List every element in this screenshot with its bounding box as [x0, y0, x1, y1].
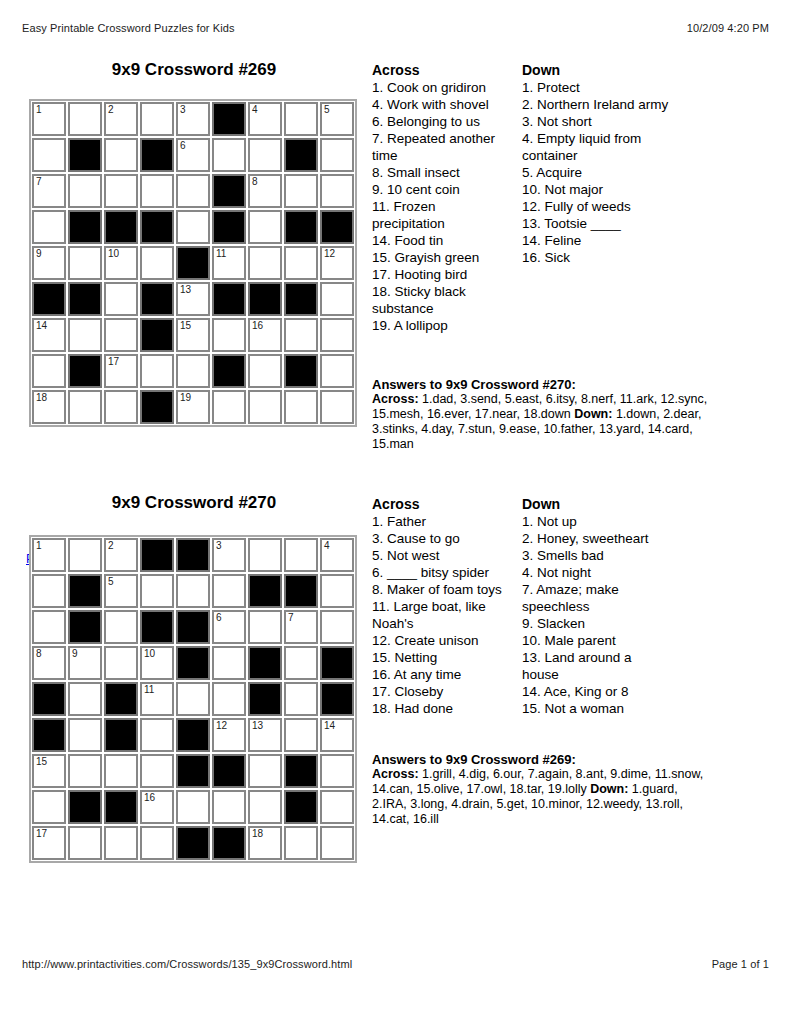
clue-number: 15 — [36, 756, 47, 767]
clue-number: 18 — [252, 828, 263, 839]
cell-r5c2[interactable] — [68, 246, 102, 280]
cell-r5c6[interactable] — [212, 682, 246, 716]
black-cell-r7c5 — [176, 754, 210, 788]
cell-r3c5[interactable] — [176, 174, 210, 208]
clue-item: 15. Grayish green — [372, 249, 522, 266]
clue-item: 10. Not major — [522, 181, 718, 198]
black-cell-r4c5 — [176, 646, 210, 680]
clue-item: 17. Hooting bird — [372, 266, 522, 283]
clue-number: 2 — [108, 104, 114, 115]
clue-item: 10. Male parent — [522, 632, 718, 649]
puzzle-269-down-clues: Down 1. Protect2. Northern Ireland army3… — [522, 62, 718, 266]
black-cell-r2c2 — [68, 574, 102, 608]
cell-r8c9[interactable] — [320, 790, 354, 824]
cell-r7c5[interactable]: 15 — [176, 318, 210, 352]
cell-r6c7[interactable]: 13 — [248, 718, 282, 752]
clue-item: 2. Honey, sweetheart — [522, 530, 718, 547]
cell-r3c3[interactable] — [104, 174, 138, 208]
clue-number: 5 — [108, 576, 114, 587]
puzzle-269-title: 9x9 Crossword #269 — [29, 60, 359, 80]
cell-r8c3[interactable]: 17 — [104, 354, 138, 388]
clue-item: 19. A lollipop — [372, 317, 522, 334]
cell-r4c7[interactable] — [248, 210, 282, 244]
cell-r8c9[interactable] — [320, 354, 354, 388]
clue-item: 11. Large boat, like Noah's — [372, 598, 522, 632]
black-cell-r6c1 — [32, 282, 66, 316]
cell-r1c8[interactable] — [284, 102, 318, 136]
cell-r5c2[interactable] — [68, 682, 102, 716]
black-cell-r5c5 — [176, 246, 210, 280]
clue-number: 10 — [108, 248, 119, 259]
cell-r3c1[interactable] — [32, 610, 66, 644]
cell-r1c7[interactable] — [248, 538, 282, 572]
answers-270-heading: Answers to 9x9 Crossword #270: — [372, 377, 708, 392]
cell-r4c5[interactable] — [176, 210, 210, 244]
clue-item: 16. Sick — [522, 249, 718, 266]
puzzle-270-title: 9x9 Crossword #270 — [29, 493, 359, 513]
cell-r6c5[interactable]: 13 — [176, 282, 210, 316]
black-cell-r8c3 — [104, 790, 138, 824]
clue-item: 3. Smells bad — [522, 547, 718, 564]
black-cell-r7c8 — [284, 754, 318, 788]
black-cell-r6c3 — [104, 718, 138, 752]
cell-r1c3[interactable]: 2 — [104, 538, 138, 572]
clue-item: 14. Ace, King or 8 — [522, 683, 718, 700]
cell-r7c2[interactable] — [68, 318, 102, 352]
cell-r5c7[interactable] — [248, 246, 282, 280]
cell-r1c3[interactable]: 2 — [104, 102, 138, 136]
page: Easy Printable Crossword Puzzles for Kid… — [0, 0, 791, 1024]
crossword-grid-269: 12345678910111213141516171819 — [29, 99, 357, 427]
cell-r1c1[interactable]: 1 — [32, 538, 66, 572]
cell-r9c9[interactable] — [320, 390, 354, 424]
clue-item: 15. Not a woman — [522, 700, 718, 717]
cell-r9c1[interactable]: 18 — [32, 390, 66, 424]
cell-r3c7[interactable]: 8 — [248, 174, 282, 208]
black-cell-r2c7 — [248, 574, 282, 608]
clue-item: 8. Maker of foam toys — [372, 581, 522, 598]
cell-r1c7[interactable]: 4 — [248, 102, 282, 136]
clue-number: 15 — [180, 320, 191, 331]
black-cell-r8c2 — [68, 354, 102, 388]
cell-r9c8[interactable] — [284, 390, 318, 424]
clue-item: 4. Work with shovel — [372, 96, 522, 113]
cell-r5c3[interactable]: 10 — [104, 246, 138, 280]
clue-number: 9 — [72, 648, 78, 659]
clue-item: 1. Protect — [522, 79, 718, 96]
clue-item: 4. Not night — [522, 564, 718, 581]
black-cell-r6c2 — [68, 282, 102, 316]
cell-r8c7[interactable] — [248, 790, 282, 824]
cell-r3c7[interactable] — [248, 610, 282, 644]
cell-r8c4[interactable] — [140, 354, 174, 388]
cell-r4c1[interactable] — [32, 210, 66, 244]
clue-number: 16 — [144, 792, 155, 803]
answers-269-heading: Answers to 9x9 Crossword #269: — [372, 752, 708, 767]
black-cell-r6c1 — [32, 718, 66, 752]
cell-r3c4[interactable] — [140, 174, 174, 208]
clue-number: 17 — [36, 828, 47, 839]
clue-item: 6. Belonging to us — [372, 113, 522, 130]
answers-direction-label: Down: — [590, 782, 628, 796]
cell-r1c5[interactable]: 3 — [176, 102, 210, 136]
cell-r5c8[interactable] — [284, 682, 318, 716]
cell-r8c4[interactable]: 16 — [140, 790, 174, 824]
clue-number: 1 — [36, 540, 42, 551]
black-cell-r4c9 — [320, 210, 354, 244]
cell-r5c5[interactable] — [176, 682, 210, 716]
cell-r5c8[interactable] — [284, 246, 318, 280]
black-cell-r8c8 — [284, 354, 318, 388]
cell-r8c5[interactable] — [176, 790, 210, 824]
cell-r7c7[interactable] — [248, 754, 282, 788]
footer-page-number: Page 1 of 1 — [712, 958, 769, 970]
cell-r2c9[interactable] — [320, 138, 354, 172]
puzzle-269-across-clues: Across 1. Cook on gridiron4. Work with s… — [372, 62, 522, 334]
cell-r8c1[interactable] — [32, 354, 66, 388]
clue-item: 8. Small insect — [372, 164, 522, 181]
black-cell-r3c5 — [176, 610, 210, 644]
clue-number: 19 — [180, 392, 191, 403]
cell-r7c8[interactable] — [284, 318, 318, 352]
cell-r3c2[interactable] — [68, 174, 102, 208]
cell-r5c4[interactable] — [140, 246, 174, 280]
answers-270-text: Across: 1.dad, 3.send, 5.east, 6.itsy, 8… — [372, 392, 708, 452]
black-cell-r5c7 — [248, 682, 282, 716]
black-cell-r3c6 — [212, 174, 246, 208]
cell-r5c9[interactable]: 12 — [320, 246, 354, 280]
cell-r6c9[interactable] — [320, 282, 354, 316]
cell-r1c2[interactable] — [68, 102, 102, 136]
cell-r7c3[interactable] — [104, 754, 138, 788]
clue-number: 10 — [144, 648, 155, 659]
cell-r6c4[interactable] — [140, 718, 174, 752]
black-cell-r5c9 — [320, 682, 354, 716]
down-heading: Down — [522, 496, 718, 513]
clue-item: 14. Feline — [522, 232, 718, 249]
cell-r4c1[interactable]: 8 — [32, 646, 66, 680]
black-cell-r3c4 — [140, 610, 174, 644]
cell-r2c3[interactable]: 5 — [104, 574, 138, 608]
clue-item: 14. Food tin — [372, 232, 522, 249]
black-cell-r6c6 — [212, 282, 246, 316]
cell-r6c8[interactable] — [284, 718, 318, 752]
cell-r7c2[interactable] — [68, 754, 102, 788]
clue-item: 12. Fully of weeds — [522, 198, 718, 215]
cell-r9c3[interactable] — [104, 826, 138, 860]
cell-r9c3[interactable] — [104, 390, 138, 424]
clue-number: 8 — [36, 648, 42, 659]
cell-r1c9[interactable]: 4 — [320, 538, 354, 572]
cell-r7c3[interactable] — [104, 318, 138, 352]
cell-r1c2[interactable] — [68, 538, 102, 572]
clue-item: 1. Father — [372, 513, 522, 530]
answers-direction-label: Across: — [372, 392, 419, 406]
cell-r3c3[interactable] — [104, 610, 138, 644]
clue-number: 14 — [36, 320, 47, 331]
clue-item: 13. Land around a house — [522, 649, 718, 683]
black-cell-r4c2 — [68, 210, 102, 244]
clue-number: 2 — [108, 540, 114, 551]
clue-number: 13 — [180, 284, 191, 295]
clue-number: 12 — [216, 720, 227, 731]
clue-number: 6 — [216, 612, 222, 623]
clue-number: 13 — [252, 720, 263, 731]
cell-r5c1[interactable]: 9 — [32, 246, 66, 280]
clue-item: 18. Had done — [372, 700, 522, 717]
down-heading: Down — [522, 62, 718, 79]
black-cell-r9c5 — [176, 826, 210, 860]
cell-r1c9[interactable]: 5 — [320, 102, 354, 136]
clue-item: 13. Tootsie ____ — [522, 215, 718, 232]
cell-r2c6[interactable] — [212, 138, 246, 172]
cell-r1c8[interactable] — [284, 538, 318, 572]
black-cell-r9c4 — [140, 390, 174, 424]
cell-r9c2[interactable] — [68, 826, 102, 860]
cell-r3c8[interactable] — [284, 174, 318, 208]
cell-r2c3[interactable] — [104, 138, 138, 172]
cell-r7c9[interactable] — [320, 318, 354, 352]
cell-r4c3[interactable] — [104, 646, 138, 680]
clue-number: 7 — [288, 612, 294, 623]
clue-item: 9. 10 cent coin — [372, 181, 522, 198]
clue-number: 9 — [36, 248, 42, 259]
cell-r3c9[interactable] — [320, 174, 354, 208]
black-cell-r9c6 — [212, 826, 246, 860]
black-cell-r4c6 — [212, 210, 246, 244]
clue-number: 3 — [180, 104, 186, 115]
black-cell-r7c4 — [140, 318, 174, 352]
clue-item: 3. Not short — [522, 113, 718, 130]
clue-number: 7 — [36, 176, 42, 187]
black-cell-r6c4 — [140, 282, 174, 316]
puzzle-270-down-clues: Down 1. Not up2. Honey, sweetheart3. Sme… — [522, 496, 718, 717]
clue-item: 7. Repeated another time — [372, 130, 522, 164]
clue-item: 11. Frozen precipitation — [372, 198, 522, 232]
black-cell-r4c7 — [248, 646, 282, 680]
clue-number: 1 — [36, 104, 42, 115]
cell-r8c6[interactable] — [212, 790, 246, 824]
clue-number: 11 — [216, 248, 226, 259]
black-cell-r2c8 — [284, 574, 318, 608]
cell-r9c2[interactable] — [68, 390, 102, 424]
cell-r8c1[interactable] — [32, 790, 66, 824]
black-cell-r2c2 — [68, 138, 102, 172]
black-cell-r6c5 — [176, 718, 210, 752]
cell-r4c4[interactable]: 10 — [140, 646, 174, 680]
clue-item: 17. Closeby — [372, 683, 522, 700]
black-cell-r8c8 — [284, 790, 318, 824]
black-cell-r2c4 — [140, 138, 174, 172]
cell-r2c1[interactable] — [32, 574, 66, 608]
answers-269-text: Across: 1.grill, 4.dig, 6.our, 7.again, … — [372, 767, 708, 827]
black-cell-r4c9 — [320, 646, 354, 680]
cell-r2c7[interactable] — [248, 138, 282, 172]
header-datetime: 10/2/09 4:20 PM — [687, 22, 769, 34]
cell-r3c6[interactable]: 6 — [212, 610, 246, 644]
clue-number: 5 — [324, 104, 330, 115]
clue-item: 7. Amaze; make speechless — [522, 581, 718, 615]
cell-r1c4[interactable] — [140, 102, 174, 136]
clue-number: 4 — [324, 540, 330, 551]
black-cell-r1c5 — [176, 538, 210, 572]
cell-r4c6[interactable] — [212, 646, 246, 680]
black-cell-r7c6 — [212, 754, 246, 788]
black-cell-r5c3 — [104, 682, 138, 716]
clue-item: 1. Not up — [522, 513, 718, 530]
clue-number: 18 — [36, 392, 47, 403]
cell-r7c6[interactable] — [212, 318, 246, 352]
cell-r2c9[interactable] — [320, 574, 354, 608]
black-cell-r4c4 — [140, 210, 174, 244]
clue-item: 2. Northern Ireland army — [522, 96, 718, 113]
cell-r8c5[interactable] — [176, 354, 210, 388]
cell-r3c9[interactable] — [320, 610, 354, 644]
cell-r6c2[interactable] — [68, 718, 102, 752]
cell-r2c5[interactable] — [176, 574, 210, 608]
cell-r4c2[interactable]: 9 — [68, 646, 102, 680]
clue-number: 16 — [252, 320, 263, 331]
cell-r6c9[interactable]: 14 — [320, 718, 354, 752]
black-cell-r4c3 — [104, 210, 138, 244]
clue-number: 4 — [252, 104, 258, 115]
clue-item: 12. Create unison — [372, 632, 522, 649]
clue-number: 11 — [144, 684, 154, 695]
clue-item: 16. At any time — [372, 666, 522, 683]
clue-item: 18. Sticky black substance — [372, 283, 522, 317]
cell-r9c4[interactable] — [140, 826, 174, 860]
cell-r7c9[interactable] — [320, 754, 354, 788]
black-cell-r8c2 — [68, 790, 102, 824]
cell-r5c4[interactable]: 11 — [140, 682, 174, 716]
cell-r9c9[interactable] — [320, 826, 354, 860]
across-heading: Across — [372, 62, 522, 79]
cell-r2c6[interactable] — [212, 574, 246, 608]
cell-r7c7[interactable]: 16 — [248, 318, 282, 352]
cell-r2c1[interactable] — [32, 138, 66, 172]
cell-r9c6[interactable] — [212, 390, 246, 424]
cell-r4c8[interactable] — [284, 646, 318, 680]
clue-number: 17 — [108, 356, 119, 367]
header-title: Easy Printable Crossword Puzzles for Kid… — [22, 22, 235, 34]
footer-url: http://www.printactivities.com/Crossword… — [22, 958, 352, 970]
clue-item: 3. Cause to go — [372, 530, 522, 547]
clue-number: 14 — [324, 720, 335, 731]
clue-number: 12 — [324, 248, 335, 259]
black-cell-r6c7 — [248, 282, 282, 316]
clue-item: 1. Cook on gridiron — [372, 79, 522, 96]
answers-direction-label: Down: — [574, 407, 612, 421]
clue-number: 6 — [180, 140, 186, 151]
clue-number: 8 — [252, 176, 258, 187]
black-cell-r1c4 — [140, 538, 174, 572]
cell-r2c4[interactable] — [140, 574, 174, 608]
puzzle-270-across-clues: Across 1. Father3. Cause to go5. Not wes… — [372, 496, 522, 717]
clue-item: 6. ____ bitsy spider — [372, 564, 522, 581]
cell-r9c1[interactable]: 17 — [32, 826, 66, 860]
cell-r1c6[interactable]: 3 — [212, 538, 246, 572]
cell-r2c5[interactable]: 6 — [176, 138, 210, 172]
cell-r9c7[interactable] — [248, 390, 282, 424]
clue-item: 4. Empty liquid from container — [522, 130, 718, 164]
cell-r3c8[interactable]: 7 — [284, 610, 318, 644]
crossword-grid-270: 123456789101112131415161718 — [29, 535, 357, 863]
clue-item: 9. Slacken — [522, 615, 718, 632]
cell-r6c3[interactable] — [104, 282, 138, 316]
across-heading: Across — [372, 496, 522, 513]
black-cell-r6c8 — [284, 282, 318, 316]
cell-r3c1[interactable]: 7 — [32, 174, 66, 208]
clue-item: 5. Not west — [372, 547, 522, 564]
answers-269-block: Answers to 9x9 Crossword #269: Across: 1… — [372, 752, 708, 827]
black-cell-r5c1 — [32, 682, 66, 716]
answers-270-block: Answers to 9x9 Crossword #270: Across: 1… — [372, 377, 708, 452]
cell-r9c7[interactable]: 18 — [248, 826, 282, 860]
clue-item: 5. Acquire — [522, 164, 718, 181]
cell-r7c1[interactable]: 14 — [32, 318, 66, 352]
black-cell-r2c8 — [284, 138, 318, 172]
clue-number: 3 — [216, 540, 222, 551]
black-cell-r3c2 — [68, 610, 102, 644]
black-cell-r1c6 — [212, 102, 246, 136]
cell-r8c7[interactable] — [248, 354, 282, 388]
black-cell-r4c8 — [284, 210, 318, 244]
cell-r9c8[interactable] — [284, 826, 318, 860]
black-cell-r8c6 — [212, 354, 246, 388]
cell-r9c5[interactable]: 19 — [176, 390, 210, 424]
cell-r7c4[interactable] — [140, 754, 174, 788]
cell-r7c1[interactable]: 15 — [32, 754, 66, 788]
cell-r1c1[interactable]: 1 — [32, 102, 66, 136]
answers-direction-label: Across: — [372, 767, 419, 781]
clue-item: 15. Netting — [372, 649, 522, 666]
cell-r6c6[interactable]: 12 — [212, 718, 246, 752]
cell-r5c6[interactable]: 11 — [212, 246, 246, 280]
